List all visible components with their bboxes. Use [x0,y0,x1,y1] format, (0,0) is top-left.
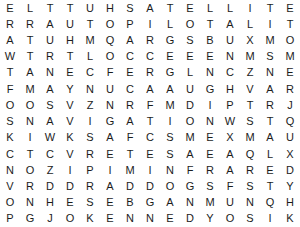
grid-cell[interactable]: F [220,178,240,194]
grid-cell[interactable]: Y [60,81,80,97]
grid-cell[interactable]: V [0,178,20,194]
grid-cell[interactable]: T [80,16,100,32]
grid-cell[interactable]: C [40,146,60,162]
grid-cell[interactable]: P [220,97,240,113]
grid-cell[interactable]: I [260,211,280,227]
grid-cell[interactable]: N [200,65,220,81]
grid-cell[interactable]: E [260,162,280,178]
grid-cell[interactable]: I [240,0,260,16]
grid-cell[interactable]: R [80,178,100,194]
grid-cell[interactable]: M [280,49,300,65]
grid-cell[interactable]: O [0,195,20,211]
grid-cell[interactable]: I [140,162,160,178]
grid-cell[interactable]: Q [260,195,280,211]
grid-cell[interactable]: R [240,162,260,178]
grid-cell[interactable]: S [240,178,260,194]
grid-cell[interactable]: N [140,211,160,227]
grid-cell[interactable]: W [0,49,20,65]
grid-cell[interactable]: D [280,162,300,178]
grid-cell[interactable]: S [200,178,220,194]
grid-cell[interactable]: J [40,211,60,227]
grid-cell[interactable]: D [140,178,160,194]
grid-cell[interactable]: L [200,0,220,16]
grid-cell[interactable]: T [260,178,280,194]
grid-cell[interactable]: D [180,97,200,113]
grid-cell[interactable]: S [80,130,100,146]
grid-cell[interactable]: A [140,81,160,97]
grid-cell[interactable]: D [60,178,80,194]
grid-cell[interactable]: K [0,130,20,146]
grid-cell[interactable]: V [240,81,260,97]
grid-cell[interactable]: C [0,146,20,162]
grid-cell[interactable]: T [60,49,80,65]
grid-cell[interactable]: M [260,32,280,48]
grid-cell[interactable]: A [140,0,160,16]
grid-cell[interactable]: A [40,16,60,32]
grid-cell[interactable]: T [240,97,260,113]
grid-cell[interactable]: I [20,130,40,146]
grid-cell[interactable]: Q [100,32,120,48]
grid-cell[interactable]: R [20,178,40,194]
grid-cell[interactable]: Q [240,146,260,162]
grid-cell[interactable]: M [120,162,140,178]
grid-cell[interactable]: A [160,195,180,211]
grid-cell[interactable]: W [40,130,60,146]
grid-cell[interactable]: Z [40,162,60,178]
grid-cell[interactable]: E [60,65,80,81]
grid-cell[interactable]: M [20,81,40,97]
grid-cell[interactable]: T [20,146,40,162]
grid-cell[interactable]: G [140,195,160,211]
grid-cell[interactable]: J [280,97,300,113]
grid-cell[interactable]: I [160,113,180,129]
grid-cell[interactable]: R [80,146,100,162]
grid-cell[interactable]: C [220,65,240,81]
grid-cell[interactable]: G [20,211,40,227]
grid-cell[interactable]: E [60,195,80,211]
grid-cell[interactable]: E [280,0,300,16]
grid-cell[interactable]: O [180,113,200,129]
grid-cell[interactable]: U [40,32,60,48]
grid-cell[interactable]: L [80,49,100,65]
grid-cell[interactable]: E [100,211,120,227]
grid-cell[interactable]: N [20,113,40,129]
grid-cell[interactable]: D [120,178,140,194]
grid-cell[interactable]: C [120,81,140,97]
grid-cell[interactable]: E [120,65,140,81]
grid-cell[interactable]: E [280,65,300,81]
grid-cell[interactable]: A [220,146,240,162]
grid-cell[interactable]: N [120,211,140,227]
grid-cell[interactable]: N [100,97,120,113]
grid-cell[interactable]: A [40,113,60,129]
grid-cell[interactable]: U [80,0,100,16]
grid-cell[interactable]: U [220,195,240,211]
grid-cell[interactable]: X [280,146,300,162]
grid-cell[interactable]: N [160,162,180,178]
grid-cell[interactable]: Y [280,178,300,194]
grid-cell[interactable]: P [80,162,100,178]
grid-cell[interactable]: L [220,0,240,16]
grid-cell[interactable]: T [260,113,280,129]
grid-cell[interactable]: U [180,81,200,97]
grid-cell[interactable]: E [0,0,20,16]
grid-cell[interactable]: T [200,16,220,32]
grid-cell[interactable]: R [40,49,60,65]
grid-cell[interactable]: E [160,49,180,65]
grid-cell[interactable]: S [240,211,260,227]
grid-cell[interactable]: F [140,97,160,113]
grid-cell[interactable]: O [280,32,300,48]
grid-cell[interactable]: D [40,178,60,194]
grid-cell[interactable]: A [0,32,20,48]
grid-cell[interactable]: O [160,178,180,194]
grid-cell[interactable]: A [120,113,140,129]
grid-cell[interactable]: L [260,146,280,162]
grid-cell[interactable]: T [60,0,80,16]
grid-cell[interactable]: T [260,0,280,16]
grid-cell[interactable]: R [140,65,160,81]
grid-cell[interactable]: O [180,16,200,32]
grid-cell[interactable]: A [260,130,280,146]
grid-cell[interactable]: K [60,130,80,146]
grid-cell[interactable]: R [280,81,300,97]
grid-cell[interactable]: M [240,49,260,65]
grid-cell[interactable]: A [120,32,140,48]
grid-cell[interactable]: U [280,130,300,146]
grid-cell[interactable]: A [100,130,120,146]
grid-cell[interactable]: M [180,130,200,146]
grid-cell[interactable]: O [0,97,20,113]
grid-cell[interactable]: A [20,65,40,81]
grid-cell[interactable]: S [80,195,100,211]
grid-cell[interactable]: O [100,49,120,65]
grid-cell[interactable]: R [260,97,280,113]
grid-cell[interactable]: S [160,146,180,162]
grid-cell[interactable]: R [0,16,20,32]
grid-cell[interactable]: E [200,146,220,162]
grid-cell[interactable]: G [160,32,180,48]
grid-cell[interactable]: M [80,32,100,48]
grid-cell[interactable]: E [200,49,220,65]
grid-cell[interactable]: V [60,146,80,162]
grid-cell[interactable]: A [100,178,120,194]
grid-cell[interactable]: W [220,113,240,129]
grid-cell[interactable]: E [180,49,200,65]
grid-cell[interactable]: C [140,130,160,146]
grid-cell[interactable]: S [0,113,20,129]
grid-cell[interactable]: U [220,32,240,48]
grid-cell[interactable]: I [80,113,100,129]
grid-cell[interactable]: T [160,0,180,16]
grid-cell[interactable]: P [120,16,140,32]
grid-cell[interactable]: A [180,146,200,162]
grid-cell[interactable]: F [180,162,200,178]
grid-cell[interactable]: K [280,211,300,227]
grid-cell[interactable]: N [240,195,260,211]
grid-cell[interactable]: B [120,195,140,211]
grid-cell[interactable]: M [160,97,180,113]
grid-cell[interactable]: E [100,146,120,162]
grid-cell[interactable]: H [220,81,240,97]
grid-cell[interactable]: G [200,81,220,97]
grid-cell[interactable]: B [200,32,220,48]
grid-cell[interactable]: N [80,81,100,97]
grid-cell[interactable]: T [20,49,40,65]
grid-cell[interactable]: I [60,162,80,178]
grid-cell[interactable]: S [160,130,180,146]
grid-cell[interactable]: C [80,65,100,81]
grid-cell[interactable]: L [180,65,200,81]
grid-cell[interactable]: M [240,130,260,146]
grid-cell[interactable]: H [100,0,120,16]
grid-cell[interactable]: E [180,0,200,16]
word-search-grid: ELTTUHSATELLITERRAUTOPILOTALITATUHMQARGS… [0,0,300,227]
grid-cell[interactable]: N [200,113,220,129]
grid-cell[interactable]: O [220,211,240,227]
grid-cell[interactable]: V [60,97,80,113]
grid-cell[interactable]: T [140,113,160,129]
grid-cell[interactable]: H [280,195,300,211]
grid-cell[interactable]: L [160,16,180,32]
grid-cell[interactable]: E [140,146,160,162]
grid-cell[interactable]: A [40,81,60,97]
grid-cell[interactable]: H [40,195,60,211]
grid-cell[interactable]: O [60,211,80,227]
grid-cell[interactable]: I [200,97,220,113]
grid-cell[interactable]: O [100,16,120,32]
grid-cell[interactable]: D [180,211,200,227]
grid-cell[interactable]: T [120,146,140,162]
grid-cell[interactable]: Z [240,65,260,81]
grid-cell[interactable]: T [280,16,300,32]
grid-cell[interactable]: T [20,32,40,48]
grid-cell[interactable]: C [140,49,160,65]
grid-cell[interactable]: N [20,195,40,211]
grid-cell[interactable]: T [0,65,20,81]
grid-cell[interactable]: Z [80,97,100,113]
grid-cell[interactable]: N [40,65,60,81]
grid-cell[interactable]: A [160,81,180,97]
grid-cell[interactable]: I [260,16,280,32]
grid-cell[interactable]: I [100,162,120,178]
grid-cell[interactable]: R [120,97,140,113]
grid-cell[interactable]: L [240,16,260,32]
grid-cell[interactable]: U [60,16,80,32]
grid-cell[interactable]: E [100,195,120,211]
grid-cell[interactable]: S [120,0,140,16]
grid-cell[interactable]: T [40,0,60,16]
grid-cell[interactable]: X [220,130,240,146]
grid-cell[interactable]: F [120,130,140,146]
grid-cell[interactable]: E [160,211,180,227]
grid-cell[interactable]: A [220,16,240,32]
grid-cell[interactable]: R [20,16,40,32]
grid-cell[interactable]: N [180,195,200,211]
grid-cell[interactable]: S [260,49,280,65]
grid-cell[interactable]: S [40,97,60,113]
grid-cell[interactable]: I [140,16,160,32]
grid-cell[interactable]: G [100,113,120,129]
grid-cell[interactable]: A [220,162,240,178]
grid-cell[interactable]: A [260,81,280,97]
grid-cell[interactable]: Y [200,211,220,227]
grid-cell[interactable]: O [20,162,40,178]
grid-cell[interactable]: K [80,211,100,227]
grid-cell[interactable]: U [100,81,120,97]
grid-cell[interactable]: R [140,32,160,48]
grid-cell[interactable]: S [240,113,260,129]
grid-cell[interactable]: C [120,49,140,65]
grid-cell[interactable]: S [180,32,200,48]
grid-cell[interactable]: F [0,81,20,97]
grid-cell[interactable]: V [60,113,80,129]
grid-cell[interactable]: N [260,65,280,81]
grid-cell[interactable]: Q [280,113,300,129]
grid-cell[interactable]: N [220,49,240,65]
grid-cell[interactable]: P [0,211,20,227]
grid-cell[interactable]: H [60,32,80,48]
grid-cell[interactable]: G [180,178,200,194]
grid-cell[interactable]: M [200,195,220,211]
grid-cell[interactable]: N [0,162,20,178]
grid-cell[interactable]: X [240,32,260,48]
grid-cell[interactable]: O [20,97,40,113]
grid-cell[interactable]: E [200,130,220,146]
grid-cell[interactable]: G [160,65,180,81]
grid-cell[interactable]: F [100,65,120,81]
grid-cell[interactable]: R [200,162,220,178]
grid-cell[interactable]: L [20,0,40,16]
